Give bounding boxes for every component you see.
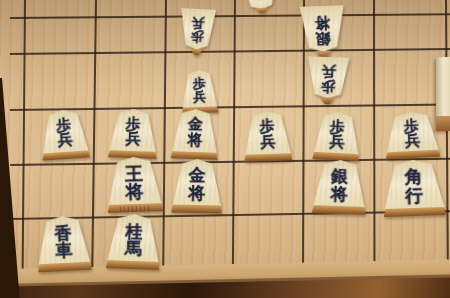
kanji-char: 兵: [329, 134, 345, 150]
kanji-char: 兵: [191, 17, 205, 31]
kanji-char: 将: [188, 185, 205, 203]
kanji-char: 兵: [125, 132, 141, 148]
koma-kanji: 歩兵: [316, 115, 358, 154]
kanji-char: 馬: [124, 240, 142, 258]
koma-kinsho-r4c3[interactable]: 金将: [171, 159, 224, 214]
kanji-char: 兵: [260, 134, 276, 150]
koma-kakugyo-r4c6[interactable]: 角行: [381, 159, 447, 217]
kanji-char: 兵: [193, 90, 206, 104]
koma-kanji: 歩兵: [309, 59, 347, 99]
kanji-char: 兵: [321, 64, 335, 79]
koma-kanji: 香車: [39, 220, 87, 265]
koma-fuhyo-r3c6[interactable]: 歩兵: [383, 111, 441, 160]
kanji-char: 行: [405, 186, 424, 205]
koma-fuhyo-r3c4[interactable]: 歩兵: [242, 110, 293, 162]
kanji-char: 兵: [404, 133, 420, 149]
kanji-char: 将: [330, 185, 348, 203]
koma-kanji: 金将: [174, 113, 216, 153]
koma-kanji: 銀将: [316, 164, 364, 207]
kanji-char: 将: [314, 15, 330, 31]
kanji-char: 桂: [125, 223, 143, 241]
kanji-char: 角: [404, 168, 423, 187]
koma-fuhyo-r2c3[interactable]: 歩兵: [180, 69, 218, 113]
koma-fuhyo-r3c1[interactable]: 歩兵: [38, 108, 90, 160]
kanji-char: 銀: [331, 168, 349, 186]
koma-kanji: [245, 0, 277, 10]
kanji-char: 車: [55, 242, 73, 260]
koma-kanji: 歩兵: [388, 115, 437, 153]
kanji-char: 歩: [190, 30, 204, 44]
kanji-char: 王: [125, 164, 144, 183]
koma-osho-r4c2[interactable]: 王将: [105, 156, 164, 213]
koma-kinsho-r3c3[interactable]: 金将: [170, 108, 220, 160]
koma-kanji: 銀将: [302, 8, 343, 53]
koma-kanji: 角行: [386, 164, 441, 209]
kanji-char: 銀: [315, 30, 331, 46]
kanji-char: 歩: [321, 79, 335, 94]
koma-fuhyo-r1c3[interactable]: 歩兵: [178, 8, 217, 56]
kanji-char: 金: [189, 167, 206, 185]
koma-kanji: 歩兵: [183, 73, 215, 107]
koma-keima-r5c2[interactable]: 桂馬: [105, 213, 162, 270]
kanji-char: 将: [125, 183, 144, 202]
shogi-photo: 歩兵銀将歩兵歩兵歩兵歩兵歩兵金将歩兵歩兵王将金将銀将角行桂馬香車: [0, 0, 450, 298]
koma-fuhyo-r3c5[interactable]: 歩兵: [312, 111, 362, 161]
kanji-char: 将: [187, 132, 203, 148]
kanji-char: 歩: [259, 119, 275, 135]
kanji-char: 兵: [57, 133, 73, 149]
koma-kanji: 歩兵: [246, 115, 289, 155]
koma-kanji: 歩兵: [43, 113, 87, 154]
koma-ginsho-r4c5[interactable]: 銀将: [311, 159, 368, 215]
koma-kanji: 王将: [110, 161, 159, 205]
koma-fuhyo-r2c5[interactable]: 歩兵: [305, 56, 351, 105]
koma-kanji: 桂馬: [110, 218, 158, 262]
koma-kanji: 歩兵: [181, 11, 214, 51]
koma-base-edge: [171, 204, 222, 213]
koma-kanji: 歩兵: [111, 113, 154, 152]
kanji-char: 金: [188, 117, 204, 133]
koma-fuhyo-r3c2[interactable]: 歩兵: [107, 108, 159, 159]
koma-ginsho-r1c5[interactable]: 銀将: [298, 5, 347, 59]
koma-kanji: 金将: [175, 163, 219, 205]
koma-kyosha-r5c1[interactable]: 香車: [35, 215, 93, 273]
